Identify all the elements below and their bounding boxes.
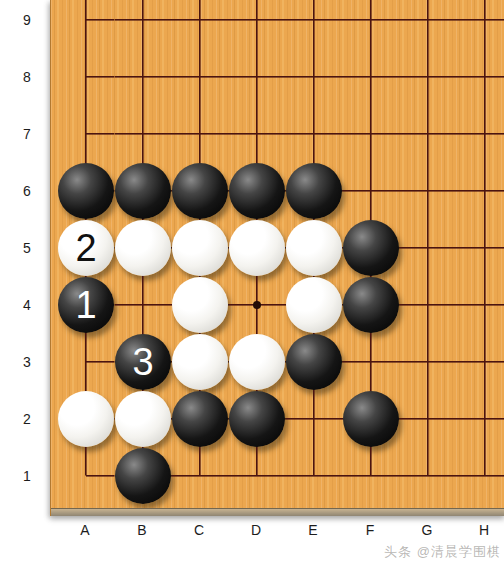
white-stone-C4: [172, 277, 228, 333]
point-F9: [343, 0, 400, 48]
black-stone-A4: 1: [58, 277, 114, 333]
point-H6: [457, 162, 504, 219]
point-A5: 2: [58, 219, 115, 276]
go-diagram: 213 ABCDEFGH987654321 头条 @清晨学围棋: [0, 0, 504, 564]
point-H5: [457, 219, 504, 276]
point-F4: [343, 276, 400, 333]
black-stone-E6: [286, 163, 342, 219]
point-B2: [115, 390, 172, 447]
point-H8: [457, 48, 504, 105]
point-A8: [58, 48, 115, 105]
point-A9: [58, 0, 115, 48]
point-G6: [400, 162, 457, 219]
point-E1: [286, 447, 343, 504]
black-stone-B1: [115, 448, 171, 504]
point-A6: [58, 162, 115, 219]
point-B4: [115, 276, 172, 333]
row-label-6: 6: [23, 183, 31, 199]
point-C1: [172, 447, 229, 504]
point-H9: [457, 0, 504, 48]
black-stone-F4: [343, 277, 399, 333]
point-G5: [400, 219, 457, 276]
point-G7: [400, 105, 457, 162]
point-C8: [172, 48, 229, 105]
point-G1: [400, 447, 457, 504]
white-stone-B2: [115, 391, 171, 447]
go-board: 213: [50, 0, 504, 516]
point-E6: [286, 162, 343, 219]
white-stone-A2: [58, 391, 114, 447]
point-C3: [172, 333, 229, 390]
watermark: 头条 @清晨学围棋: [384, 543, 501, 561]
white-stone-C3: [172, 334, 228, 390]
point-E8: [286, 48, 343, 105]
point-H3: [457, 333, 504, 390]
column-label-E: E: [308, 522, 317, 538]
point-C5: [172, 219, 229, 276]
column-label-D: D: [251, 522, 261, 538]
point-G9: [400, 0, 457, 48]
point-E4: [286, 276, 343, 333]
move-number-3: 3: [132, 343, 153, 381]
black-stone-F2: [343, 391, 399, 447]
column-label-A: A: [80, 522, 89, 538]
column-label-G: G: [422, 522, 433, 538]
point-G4: [400, 276, 457, 333]
point-E9: [286, 0, 343, 48]
point-C6: [172, 162, 229, 219]
point-B7: [115, 105, 172, 162]
point-F6: [343, 162, 400, 219]
move-number-2: 2: [75, 229, 96, 267]
white-stone-B5: [115, 220, 171, 276]
point-E5: [286, 219, 343, 276]
row-label-8: 8: [23, 69, 31, 85]
move-number-1: 1: [75, 286, 96, 324]
point-A1: [58, 447, 115, 504]
white-stone-C5: [172, 220, 228, 276]
white-stone-E5: [286, 220, 342, 276]
point-B6: [115, 162, 172, 219]
black-stone-D2: [229, 391, 285, 447]
point-F1: [343, 447, 400, 504]
point-E3: [286, 333, 343, 390]
column-label-F: F: [366, 522, 375, 538]
white-stone-D5: [229, 220, 285, 276]
point-H7: [457, 105, 504, 162]
point-A2: [58, 390, 115, 447]
point-E2: [286, 390, 343, 447]
point-H4: [457, 276, 504, 333]
point-F8: [343, 48, 400, 105]
point-C4: [172, 276, 229, 333]
point-D2: [229, 390, 286, 447]
point-A4: 1: [58, 276, 115, 333]
point-D6: [229, 162, 286, 219]
white-stone-D3: [229, 334, 285, 390]
row-label-3: 3: [23, 354, 31, 370]
point-G3: [400, 333, 457, 390]
point-F2: [343, 390, 400, 447]
point-B1: [115, 447, 172, 504]
board-grid: 213: [58, 0, 504, 504]
point-A3: [58, 333, 115, 390]
point-C7: [172, 105, 229, 162]
point-F5: [343, 219, 400, 276]
row-label-5: 5: [23, 240, 31, 256]
point-F3: [343, 333, 400, 390]
point-D4: [229, 276, 286, 333]
column-label-H: H: [479, 522, 489, 538]
point-H1: [457, 447, 504, 504]
black-stone-B6: [115, 163, 171, 219]
point-B9: [115, 0, 172, 48]
point-D7: [229, 105, 286, 162]
point-D3: [229, 333, 286, 390]
point-C2: [172, 390, 229, 447]
column-label-C: C: [194, 522, 204, 538]
point-H2: [457, 390, 504, 447]
row-label-7: 7: [23, 126, 31, 142]
white-stone-A5: 2: [58, 220, 114, 276]
black-stone-E3: [286, 334, 342, 390]
point-G2: [400, 390, 457, 447]
row-label-1: 1: [23, 468, 31, 484]
point-D5: [229, 219, 286, 276]
point-E7: [286, 105, 343, 162]
black-stone-A6: [58, 163, 114, 219]
point-B8: [115, 48, 172, 105]
row-label-9: 9: [23, 12, 31, 28]
point-G8: [400, 48, 457, 105]
black-stone-F5: [343, 220, 399, 276]
row-label-4: 4: [23, 297, 31, 313]
black-stone-B3: 3: [115, 334, 171, 390]
point-D9: [229, 0, 286, 48]
white-stone-E4: [286, 277, 342, 333]
point-A7: [58, 105, 115, 162]
point-B3: 3: [115, 333, 172, 390]
black-stone-D6: [229, 163, 285, 219]
point-D1: [229, 447, 286, 504]
point-F7: [343, 105, 400, 162]
row-label-2: 2: [23, 411, 31, 427]
column-label-B: B: [137, 522, 146, 538]
black-stone-C6: [172, 163, 228, 219]
point-B5: [115, 219, 172, 276]
point-C9: [172, 0, 229, 48]
black-stone-C2: [172, 391, 228, 447]
point-D8: [229, 48, 286, 105]
